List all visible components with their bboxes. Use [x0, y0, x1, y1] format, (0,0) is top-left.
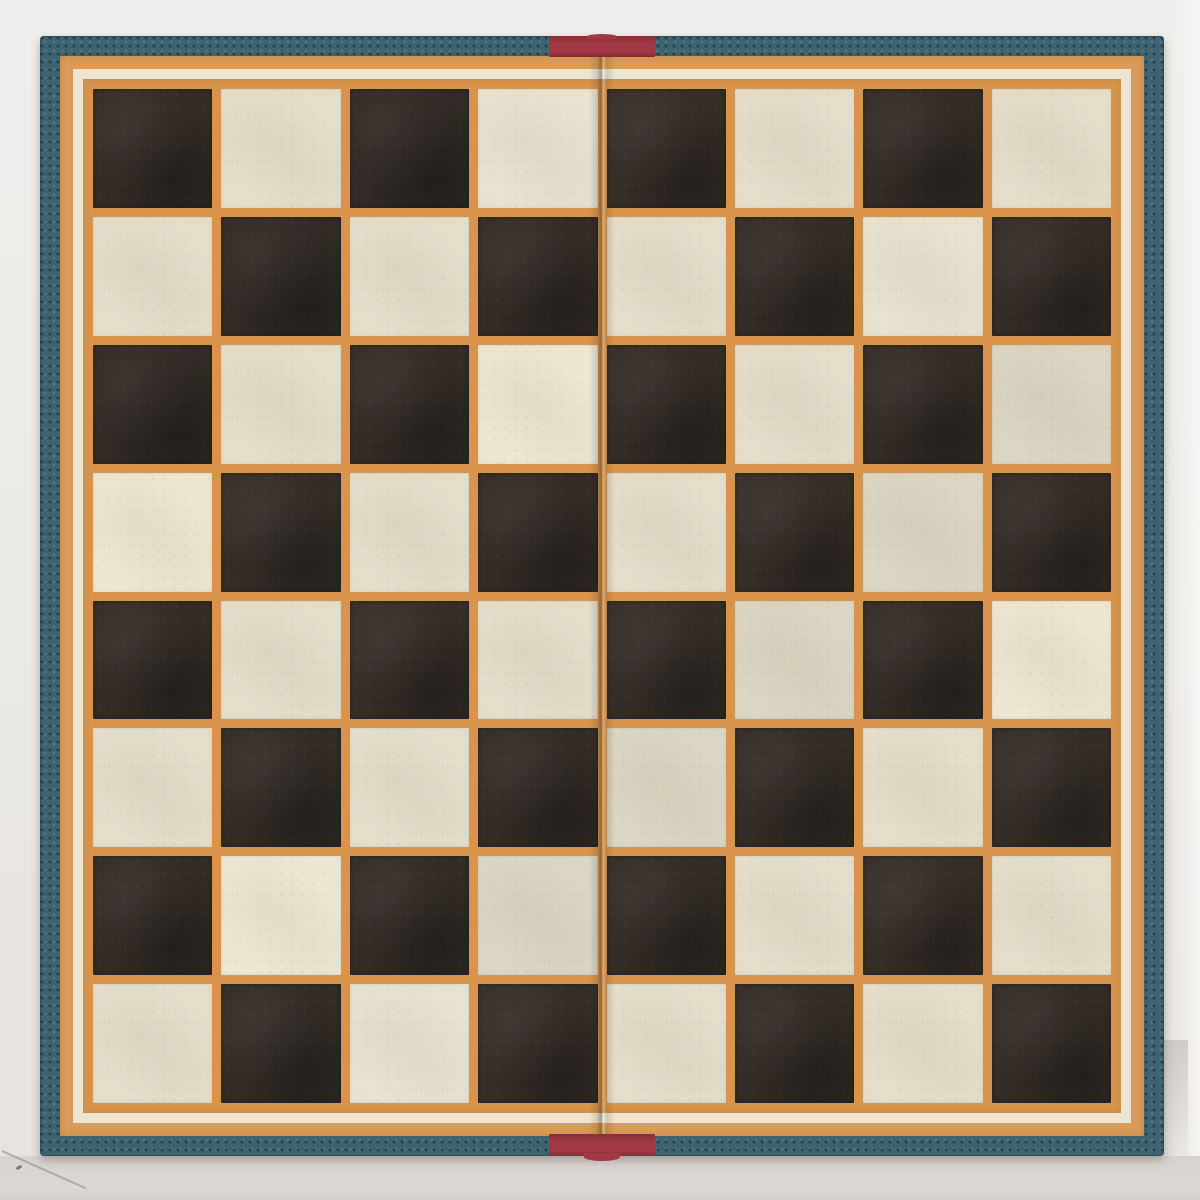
game-board: [40, 36, 1164, 1156]
board-square[interactable]: [221, 601, 340, 720]
outer-frame: [60, 56, 1144, 1136]
board-square[interactable]: [221, 856, 340, 975]
board-square[interactable]: [863, 728, 982, 847]
board-square[interactable]: [350, 601, 469, 720]
board-square[interactable]: [221, 473, 340, 592]
board-square[interactable]: [93, 856, 212, 975]
board-square[interactable]: [992, 89, 1111, 208]
board-square[interactable]: [607, 856, 726, 975]
board-grid: [93, 89, 1111, 1103]
hinge-tape-top: [549, 36, 655, 57]
board-square[interactable]: [350, 473, 469, 592]
board-square[interactable]: [863, 984, 982, 1103]
board-square[interactable]: [478, 601, 597, 720]
board-square[interactable]: [992, 728, 1111, 847]
board-square[interactable]: [478, 473, 597, 592]
board-square[interactable]: [863, 856, 982, 975]
board-square[interactable]: [735, 601, 854, 720]
board-square[interactable]: [607, 473, 726, 592]
board-square[interactable]: [350, 728, 469, 847]
board-square[interactable]: [93, 473, 212, 592]
board-square[interactable]: [607, 345, 726, 464]
board-square[interactable]: [350, 984, 469, 1103]
board-square[interactable]: [735, 345, 854, 464]
board-square[interactable]: [607, 728, 726, 847]
board-square[interactable]: [863, 601, 982, 720]
board-square[interactable]: [478, 728, 597, 847]
board-square[interactable]: [992, 345, 1111, 464]
board-square[interactable]: [863, 345, 982, 464]
board-square[interactable]: [478, 217, 597, 336]
board-square[interactable]: [863, 473, 982, 592]
board-square[interactable]: [221, 217, 340, 336]
board-square[interactable]: [735, 217, 854, 336]
board-square[interactable]: [992, 984, 1111, 1103]
board-square[interactable]: [93, 89, 212, 208]
board-square[interactable]: [607, 984, 726, 1103]
wall-corner-highlight: [1172, 0, 1200, 1162]
hinge-tape-bottom: [549, 1134, 655, 1156]
table-surface: [0, 1156, 1200, 1200]
board-square[interactable]: [93, 217, 212, 336]
board-square[interactable]: [93, 345, 212, 464]
board-square[interactable]: [735, 856, 854, 975]
board-square[interactable]: [221, 728, 340, 847]
board-square[interactable]: [863, 89, 982, 208]
pinstripe-border: [73, 69, 1131, 1123]
board-square[interactable]: [607, 217, 726, 336]
board-square[interactable]: [992, 601, 1111, 720]
board-square[interactable]: [350, 217, 469, 336]
board-square[interactable]: [992, 473, 1111, 592]
board-square[interactable]: [607, 601, 726, 720]
board-square[interactable]: [478, 856, 597, 975]
board-square[interactable]: [93, 984, 212, 1103]
board-square[interactable]: [221, 984, 340, 1103]
board-square[interactable]: [221, 89, 340, 208]
board-square[interactable]: [350, 856, 469, 975]
board-square[interactable]: [735, 728, 854, 847]
board-square[interactable]: [735, 89, 854, 208]
board-square[interactable]: [478, 89, 597, 208]
board-square[interactable]: [992, 217, 1111, 336]
board-square[interactable]: [735, 984, 854, 1103]
board-square[interactable]: [350, 89, 469, 208]
board-square[interactable]: [350, 345, 469, 464]
board-square[interactable]: [478, 345, 597, 464]
grid-frame: [83, 79, 1121, 1113]
board-square[interactable]: [863, 217, 982, 336]
board-square[interactable]: [735, 473, 854, 592]
board-square[interactable]: [607, 89, 726, 208]
board-square[interactable]: [992, 856, 1111, 975]
board-square[interactable]: [93, 601, 212, 720]
board-square[interactable]: [221, 345, 340, 464]
board-square[interactable]: [93, 728, 212, 847]
board-square[interactable]: [478, 984, 597, 1103]
